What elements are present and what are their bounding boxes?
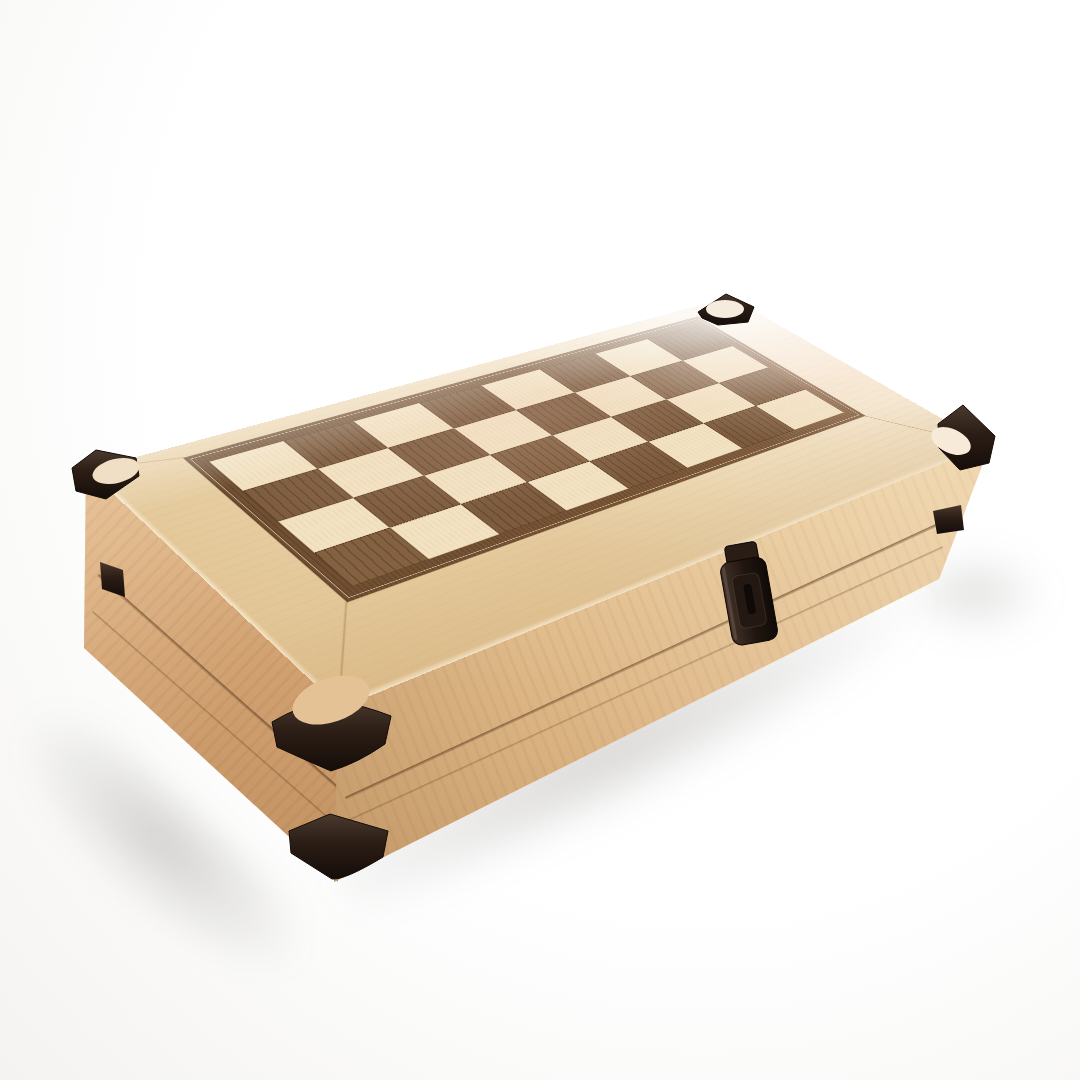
photo-caption: Overhead product photo of a closed foldi… bbox=[0, 0, 1, 1]
veneer-miter-seam bbox=[698, 297, 731, 317]
product-photo-scene: Overhead product photo of a closed foldi… bbox=[0, 0, 1080, 1080]
veneer-miter-seam bbox=[865, 416, 988, 446]
veneer-miter-seam bbox=[338, 602, 347, 708]
veneer-miter-seam bbox=[88, 457, 184, 470]
